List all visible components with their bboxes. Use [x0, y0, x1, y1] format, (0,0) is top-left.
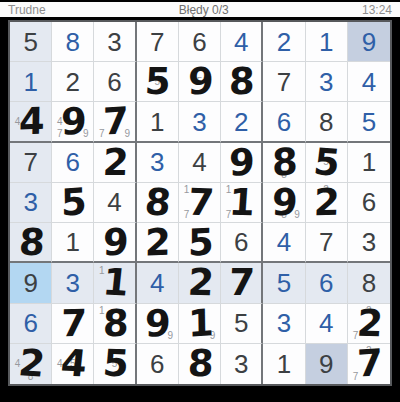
cell-r3c4[interactable]: 1 [137, 102, 179, 142]
given-digit: 7 [277, 69, 291, 95]
given-digit: 6 [150, 351, 164, 377]
cell-r6c2[interactable]: 1 [52, 223, 94, 263]
cell-r8c9[interactable]: 272 [348, 304, 390, 344]
cell-r5c3[interactable]: 4 [94, 183, 136, 223]
cell-r1c5[interactable]: 6 [179, 22, 221, 62]
given-digit: 9 [319, 351, 333, 377]
cell-r2c3[interactable]: 6 [94, 62, 136, 102]
entered-digit: 3 [23, 189, 37, 215]
ink-digit: 2 [102, 144, 128, 181]
given-digit: 6 [107, 69, 121, 95]
cell-r7c8[interactable]: 6 [306, 263, 348, 303]
entered-digit: 3 [277, 310, 291, 336]
given-digit: 1 [362, 149, 376, 175]
ink-digit: 2 [186, 264, 212, 301]
given-digit: 1 [66, 229, 80, 255]
cell-r1c2[interactable]: 8 [52, 22, 94, 62]
entered-digit: 1 [23, 69, 37, 95]
entered-digit: 3 [319, 69, 333, 95]
cell-r7c1[interactable]: 9 [10, 263, 52, 303]
given-digit: 6 [362, 189, 376, 215]
ink-digit: 8 [229, 63, 253, 101]
cell-r7c2[interactable]: 3 [52, 263, 94, 303]
cell-r1c3[interactable]: 3 [94, 22, 136, 62]
cell-r2c8[interactable]: 3 [306, 62, 348, 102]
ink-digit: 5 [101, 345, 128, 383]
ink-digit: 5 [312, 143, 340, 181]
given-digit: 7 [150, 29, 164, 55]
ink-digit: 5 [61, 183, 85, 222]
cell-r2c1[interactable]: 1 [10, 62, 52, 102]
ink-digit: 9 [271, 184, 297, 221]
cell-r5c9[interactable]: 6 [348, 183, 390, 223]
cell-r6c4[interactable]: 2 [137, 223, 179, 263]
cell-r2c9[interactable]: 4 [348, 62, 390, 102]
cell-r8c3[interactable]: 18 [94, 304, 136, 344]
cell-r8c4[interactable]: 99 [137, 304, 179, 344]
sudoku-board: 5837642191265559873444479979713268576234… [8, 20, 392, 386]
entered-digit: 6 [319, 270, 333, 296]
cell-r9c4[interactable]: 6 [137, 344, 179, 384]
ink-digit: 5 [144, 63, 170, 100]
cell-r7c5[interactable]: 2 [179, 263, 221, 303]
status-bar: Trudne Błędy 0/3 13:24 [0, 2, 400, 17]
cell-r6c3[interactable]: 9 [94, 223, 136, 263]
cell-r8c6[interactable]: 5 [221, 304, 263, 344]
cell-r6c6[interactable]: 6 [221, 223, 263, 263]
entered-digit: 4 [150, 270, 164, 296]
entered-digit: 3 [192, 109, 206, 135]
given-digit: 1 [150, 109, 164, 135]
cell-r1c9[interactable]: 9 [348, 22, 390, 62]
entered-digit: 4 [362, 69, 376, 95]
ink-digit: 1 [101, 264, 129, 302]
cell-r9c1[interactable]: 482 [10, 344, 52, 384]
cell-r5c6[interactable]: 171 [221, 183, 263, 223]
given-digit: 4 [107, 189, 121, 215]
cell-r6c1[interactable]: 8 [10, 223, 52, 263]
given-digit: 8 [362, 270, 376, 296]
cell-r4c2[interactable]: 6 [52, 143, 94, 183]
cell-r1c6[interactable]: 4 [221, 22, 263, 62]
given-digit: 9 [23, 270, 37, 296]
ink-digit: 5 [188, 223, 212, 261]
cell-r5c4[interactable]: 8 [137, 183, 179, 223]
given-digit: 3 [107, 29, 121, 55]
entered-digit: 3 [66, 270, 80, 296]
given-digit: 1 [277, 351, 291, 377]
cell-r3c3[interactable]: 797 [94, 102, 136, 142]
cell-r1c8[interactable]: 1 [306, 22, 348, 62]
cell-r3c7[interactable]: 6 [263, 102, 305, 142]
ink-digit: 2 [314, 184, 339, 221]
given-digit: 6 [192, 29, 206, 55]
cell-r2c7[interactable]: 7 [263, 62, 305, 102]
entered-digit: 6 [277, 109, 291, 135]
cell-r7c4[interactable]: 4 [137, 263, 179, 303]
difficulty-label: Trudne [8, 3, 46, 17]
entered-digit: 2 [277, 29, 291, 55]
ink-digit: 8 [102, 304, 126, 342]
cell-r7c6[interactable]: 7 [221, 263, 263, 303]
cell-r4c6[interactable]: 9 [221, 143, 263, 183]
cell-r8c2[interactable]: 7 [52, 304, 94, 344]
cell-r1c7[interactable]: 2 [263, 22, 305, 62]
cell-r6c7[interactable]: 4 [263, 223, 305, 263]
cell-r4c9[interactable]: 1 [348, 143, 390, 183]
cell-r3c6[interactable]: 2 [221, 102, 263, 142]
ink-digit: 7 [60, 304, 85, 341]
entered-digit: 4 [234, 29, 248, 55]
entered-digit: 3 [150, 149, 164, 175]
cell-r7c7[interactable]: 5 [263, 263, 305, 303]
cell-r5c7[interactable]: 899 [263, 183, 305, 223]
cell-r1c4[interactable]: 7 [137, 22, 179, 62]
cell-r9c6[interactable]: 3 [221, 344, 263, 384]
errors-counter: Błędy 0/3 [179, 3, 229, 17]
ink-digit: 1 [228, 184, 254, 221]
cell-r5c2[interactable]: 5 [52, 183, 94, 223]
cell-r2c6[interactable]: 8 [221, 62, 263, 102]
cell-r8c8[interactable]: 4 [306, 304, 348, 344]
entered-digit: 8 [66, 29, 80, 55]
given-digit: 2 [66, 69, 80, 95]
cell-r5c1[interactable]: 3 [10, 183, 52, 223]
ink-digit: 8 [272, 143, 296, 182]
ink-digit: 7 [186, 184, 213, 222]
cell-r3c1[interactable]: 44 [10, 102, 52, 142]
given-digit: 7 [319, 229, 333, 255]
cell-r5c5[interactable]: 177 [179, 183, 221, 223]
given-digit: 7 [23, 149, 37, 175]
entered-digit: 5 [277, 270, 291, 296]
cell-r3c2[interactable]: 4799 [52, 102, 94, 142]
cell-r9c3[interactable]: 55 [94, 344, 136, 384]
cell-r4c4[interactable]: 3 [137, 143, 179, 183]
cell-r3c8[interactable]: 8 [306, 102, 348, 142]
given-digit: 5 [234, 310, 248, 336]
cell-r9c2[interactable]: 454 [52, 344, 94, 384]
entered-digit: 1 [319, 29, 333, 55]
cell-r2c2[interactable]: 2 [52, 62, 94, 102]
ink-digit: 2 [145, 223, 169, 261]
ink-digit: 4 [59, 345, 87, 383]
given-digit: 8 [319, 109, 333, 135]
ink-digit: 1 [187, 304, 211, 343]
ink-digit: 9 [145, 304, 169, 342]
cell-r9c8[interactable]: 9 [306, 344, 348, 384]
entered-digit: 4 [277, 229, 291, 255]
entered-digit: 6 [23, 310, 37, 336]
cell-r2c5[interactable]: 59 [179, 62, 221, 102]
cell-r8c5[interactable]: 91 [179, 304, 221, 344]
cell-r4c7[interactable]: 88 [263, 143, 305, 183]
ink-digit: 8 [143, 183, 171, 221]
cell-r3c9[interactable]: 5 [348, 102, 390, 142]
cell-r4c3[interactable]: 2 [94, 143, 136, 183]
cell-r7c3[interactable]: 11 [94, 263, 136, 303]
entered-digit: 9 [362, 29, 376, 55]
ink-digit: 9 [102, 223, 127, 260]
cell-r6c9[interactable]: 3 [348, 223, 390, 263]
ink-digit: 9 [229, 143, 253, 181]
cell-r5c8[interactable]: 22 [306, 183, 348, 223]
entered-digit: 4 [319, 310, 333, 336]
given-digit: 3 [362, 229, 376, 255]
cell-r1c1[interactable]: 5 [10, 22, 52, 62]
ink-digit: 7 [228, 264, 254, 301]
cell-r9c9[interactable]: 277 [348, 344, 390, 384]
cell-r2c4[interactable]: 55 [137, 62, 179, 102]
given-digit: 5 [23, 29, 37, 55]
cell-r7c9[interactable]: 8 [348, 263, 390, 303]
ink-digit: 9 [61, 102, 85, 140]
ink-digit: 9 [187, 63, 212, 100]
entered-digit: 2 [234, 109, 248, 135]
ink-digit: 4 [18, 103, 42, 141]
cell-r9c5[interactable]: 8 [179, 344, 221, 384]
ink-digit: 8 [187, 345, 213, 382]
given-digit: 3 [234, 351, 248, 377]
ink-digit: 8 [17, 224, 43, 261]
given-digit: 4 [192, 149, 206, 175]
cell-r8c1[interactable]: 6 [10, 304, 52, 344]
given-digit: 6 [234, 229, 248, 255]
cell-r4c1[interactable]: 7 [10, 143, 52, 183]
entered-digit: 6 [66, 149, 80, 175]
ink-digit: 2 [17, 345, 45, 383]
ink-digit: 7 [102, 102, 126, 141]
cell-r4c8[interactable]: 55 [306, 143, 348, 183]
cell-r3c5[interactable]: 3 [179, 102, 221, 142]
entered-digit: 5 [362, 109, 376, 135]
cell-r8c7[interactable]: 3 [263, 304, 305, 344]
cell-r9c7[interactable]: 1 [263, 344, 305, 384]
cell-r6c5[interactable]: 5 [179, 223, 221, 263]
ink-digit: 7 [357, 345, 381, 384]
ink-digit: 2 [356, 304, 382, 341]
cell-r6c8[interactable]: 7 [306, 223, 348, 263]
cell-r4c5[interactable]: 4 [179, 143, 221, 183]
timer: 13:24 [362, 3, 392, 17]
